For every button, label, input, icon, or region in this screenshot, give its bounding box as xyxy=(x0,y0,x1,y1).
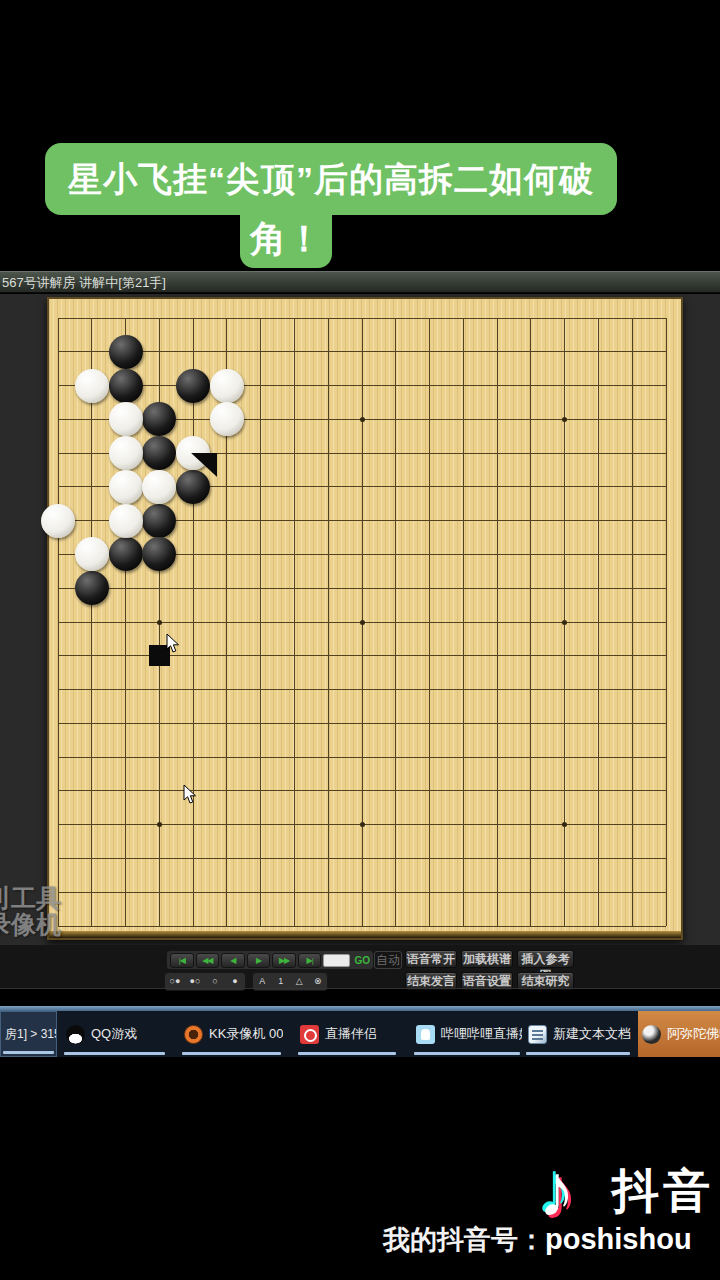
board-grid-vline xyxy=(429,318,430,926)
white-stone xyxy=(75,369,109,403)
qq-penguin-icon xyxy=(66,1025,85,1044)
douyin-logo-text: 抖音 xyxy=(612,1160,714,1223)
taskbar-item-4[interactable]: 哔哩哔哩直播姬 xyxy=(412,1011,522,1057)
star-point xyxy=(562,620,567,625)
taskbar-underline xyxy=(298,1052,396,1055)
douyin-note-icon: ♪ xyxy=(538,1148,575,1233)
douyin-account-id: poshishou xyxy=(545,1223,692,1255)
taskbar-item-6[interactable]: 阿弥陀佛5 xyxy=(638,1011,720,1057)
video-title-banner-line2: 角！ xyxy=(240,213,332,268)
board-grid-hline xyxy=(58,858,666,859)
panel-button-bottom-0[interactable]: 结束发言 xyxy=(405,972,457,990)
white-stone xyxy=(109,402,143,436)
nav-button-5[interactable]: ▶| xyxy=(298,953,322,968)
taskbar-underline xyxy=(64,1052,165,1055)
stone-tool-1[interactable]: ●○ xyxy=(185,973,205,990)
douyin-account-label: 我的抖音号： xyxy=(383,1225,545,1255)
taskbar-item-label: 哔哩哔哩直播姬 xyxy=(441,1025,522,1043)
panel-button-top-1[interactable]: 加载棋谱 xyxy=(461,950,513,968)
room-title-text: 567号讲解房 讲解中[第21手] xyxy=(2,275,166,290)
control-panel: |◀◀◀◀▶▶▶▶|GO 自动 ○●●○○● A1△⊗ 语音常开加载棋谱插入参考… xyxy=(0,945,720,989)
white-stone xyxy=(109,436,143,470)
go-board[interactable] xyxy=(47,297,683,940)
screenshot-stage: 星小飞挂“尖顶”后的高拆二如何破 角！ 567号讲解房 讲解中[第21手] 刂工… xyxy=(0,0,720,1280)
star-point xyxy=(360,620,365,625)
taskbar: 房1] > 315...QQ游戏KK录像机 00:03:21直播伴侣哔哩哔哩直播… xyxy=(0,1011,720,1057)
black-stone xyxy=(109,335,143,369)
black-stone xyxy=(142,504,176,538)
douyin-account-line: 我的抖音号：poshishou xyxy=(383,1222,692,1258)
taskbar-item-label: 房1] > 315... xyxy=(5,1026,57,1043)
panel-button-bottom-1[interactable]: 语音设置 xyxy=(461,972,513,990)
taskbar-item-label: KK录像机 00:03:21 xyxy=(209,1025,283,1043)
auto-label[interactable]: 自动 xyxy=(374,951,402,969)
black-stone xyxy=(142,402,176,436)
taskbar-underline xyxy=(3,1051,54,1054)
star-point xyxy=(157,822,162,827)
black-stone xyxy=(75,571,109,605)
nav-button-4[interactable]: ▶▶ xyxy=(272,953,296,968)
board-grid-vline xyxy=(598,318,599,926)
nav-button-2[interactable]: ◀ xyxy=(221,953,245,968)
white-stone xyxy=(109,470,143,504)
taskbar-underline xyxy=(414,1052,520,1055)
video-title-banner-line1: 星小飞挂“尖顶”后的高拆二如何破 xyxy=(45,143,617,215)
black-stone xyxy=(142,537,176,571)
board-grid-vline xyxy=(395,318,396,926)
stone-tool-group: ○●●○○● xyxy=(164,972,246,991)
live-companion-icon xyxy=(300,1025,319,1044)
mouse-cursor-board xyxy=(166,633,181,654)
taskbar-item-0[interactable]: 房1] > 315... xyxy=(0,1011,57,1057)
board-grid-hline xyxy=(58,790,666,791)
white-stone xyxy=(210,402,244,436)
marker-tool-0[interactable]: A xyxy=(253,973,272,990)
star-point xyxy=(562,417,567,422)
black-stone xyxy=(109,369,143,403)
kk-recorder-icon xyxy=(184,1025,203,1044)
marker-tool-2[interactable]: △ xyxy=(290,973,309,990)
stone-tool-0[interactable]: ○● xyxy=(165,973,185,990)
taskbar-item-label: 直播伴侣 xyxy=(325,1025,377,1043)
marker-tool-group: A1△⊗ xyxy=(252,972,328,991)
board-grid-hline xyxy=(58,926,666,927)
white-stone xyxy=(109,504,143,538)
move-number-input[interactable] xyxy=(323,954,350,967)
taskbar-item-3[interactable]: 直播伴侣 xyxy=(296,1011,398,1057)
bilibili-live-icon xyxy=(416,1025,435,1044)
board-grid-vline xyxy=(497,318,498,926)
taskbar-item-2[interactable]: KK录像机 00:03:21 xyxy=(180,1011,283,1057)
board-grid-vline xyxy=(530,318,531,926)
taskbar-item-5[interactable]: 新建文本文档 - 记... xyxy=(524,1011,632,1057)
black-stone xyxy=(176,470,210,504)
mouse-cursor-lower xyxy=(183,784,198,805)
black-stone xyxy=(176,369,210,403)
white-stone xyxy=(210,369,244,403)
taskbar-item-1[interactable]: QQ游戏 xyxy=(62,1011,167,1057)
black-stone xyxy=(109,537,143,571)
panel-button-top-0[interactable]: 语音常开 xyxy=(405,950,457,968)
board-grid-hline xyxy=(58,689,666,690)
go-app-window: 刂工具 录像机 |◀◀◀◀▶▶▶▶|GO 自动 ○●●○○● A1△⊗ 语音常开… xyxy=(0,294,720,945)
recorder-overlay-line2: 录像机 xyxy=(0,911,61,937)
nav-button-3[interactable]: ▶ xyxy=(247,953,271,968)
star-point xyxy=(360,822,365,827)
board-grid-hline xyxy=(58,892,666,893)
taskbar-underline xyxy=(526,1052,630,1055)
avatar-icon xyxy=(642,1025,661,1044)
app-title-bar: 567号讲解房 讲解中[第21手] xyxy=(0,271,720,293)
white-stone xyxy=(41,504,75,538)
recorder-overlay-line1: 刂工具 xyxy=(0,885,61,911)
taskbar-item-label: 阿弥陀佛5 xyxy=(667,1025,720,1043)
stone-tool-3[interactable]: ● xyxy=(225,973,245,990)
nav-button-0[interactable]: |◀ xyxy=(170,953,194,968)
panel-button-bottom-2[interactable]: 结束研究 xyxy=(517,972,574,990)
marker-tool-1[interactable]: 1 xyxy=(272,973,291,990)
star-point xyxy=(157,620,162,625)
playback-nav-group: |◀◀◀◀▶▶▶▶|GO xyxy=(166,950,374,970)
white-stone xyxy=(142,470,176,504)
board-grid-vline xyxy=(666,318,667,926)
go-button[interactable]: GO xyxy=(352,955,370,966)
black-stone xyxy=(142,436,176,470)
taskbar-underline xyxy=(182,1052,281,1055)
star-point xyxy=(360,417,365,422)
board-grid-vline xyxy=(632,318,633,926)
board-grid-hline xyxy=(58,757,666,758)
star-point xyxy=(562,822,567,827)
marker-tool-3[interactable]: ⊗ xyxy=(309,973,328,990)
taskbar-item-label: 新建文本文档 - 记... xyxy=(553,1025,632,1043)
notepad-icon xyxy=(528,1025,547,1044)
panel-button-top-2[interactable]: 插入参考图 xyxy=(517,950,574,968)
stone-tool-2[interactable]: ○ xyxy=(205,973,225,990)
board-grid-hline xyxy=(58,723,666,724)
taskbar-item-label: QQ游戏 xyxy=(91,1025,137,1043)
nav-button-1[interactable]: ◀◀ xyxy=(196,953,220,968)
recorder-overlay: 刂工具 录像机 xyxy=(0,885,61,937)
board-grid-vline xyxy=(463,318,464,926)
white-stone xyxy=(75,537,109,571)
